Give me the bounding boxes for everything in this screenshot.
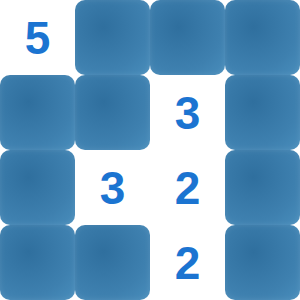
revealed-cell-r1c1[interactable]: 5 [0, 0, 75, 75]
covered-tile-r4c2[interactable] [75, 225, 150, 300]
revealed-cell-r3c2[interactable]: 3 [75, 150, 150, 225]
clue-number: 5 [25, 15, 51, 61]
clue-number: 2 [175, 165, 201, 211]
covered-tile-r2c2[interactable] [75, 75, 150, 150]
covered-tile-r4c1[interactable] [0, 225, 75, 300]
revealed-cell-r4c3[interactable]: 2 [150, 225, 225, 300]
minesweeper-board: 53322 [0, 0, 300, 300]
covered-tile-r3c1[interactable] [0, 150, 75, 225]
clue-number: 3 [100, 165, 126, 211]
covered-tile-r3c4[interactable] [225, 150, 300, 225]
covered-tile-r1c4[interactable] [225, 0, 300, 75]
revealed-cell-r3c3[interactable]: 2 [150, 150, 225, 225]
covered-tile-r4c4[interactable] [225, 225, 300, 300]
revealed-cell-r2c3[interactable]: 3 [150, 75, 225, 150]
covered-tile-r1c2[interactable] [75, 0, 150, 75]
covered-tile-r2c4[interactable] [225, 75, 300, 150]
clue-number: 3 [175, 90, 201, 136]
covered-tile-r2c1[interactable] [0, 75, 75, 150]
clue-number: 2 [175, 240, 201, 286]
covered-tile-r1c3[interactable] [150, 0, 225, 75]
